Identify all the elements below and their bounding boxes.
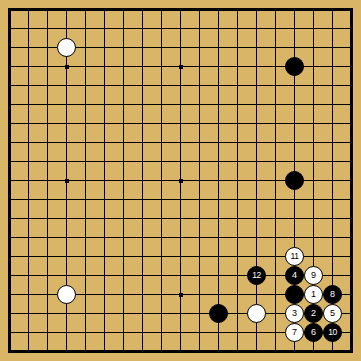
move-7-white-Q2: 7 — [285, 323, 304, 342]
board-border-line — [8, 350, 353, 353]
board-border-line — [350, 8, 353, 353]
move-2-black-R3: 2 — [304, 304, 323, 323]
stone-black-Q10 — [285, 171, 304, 190]
star-point-K16 — [179, 65, 183, 69]
grid-line-horizontal — [8, 218, 353, 219]
stone-white-D4 — [57, 285, 76, 304]
move-12-black-O5: 12 — [247, 266, 266, 285]
move-number: 2 — [311, 309, 316, 318]
move-5-white-S3: 5 — [323, 304, 342, 323]
move-number: 8 — [330, 290, 335, 299]
move-number: 3 — [292, 309, 297, 318]
move-number: 12 — [252, 271, 260, 280]
go-board-diagram: 123456789101112 — [0, 0, 361, 361]
star-point-K4 — [179, 293, 183, 297]
move-4-black-Q5: 4 — [285, 266, 304, 285]
move-number: 9 — [311, 271, 316, 280]
stone-white-D17 — [57, 38, 76, 57]
move-9-white-R5: 9 — [304, 266, 323, 285]
move-number: 6 — [311, 328, 316, 337]
star-point-K10 — [179, 179, 183, 183]
move-8-black-S4: 8 — [323, 285, 342, 304]
stone-black-Q4 — [285, 285, 304, 304]
grid-line-horizontal — [8, 199, 353, 200]
grid-line-vertical — [218, 8, 219, 353]
move-3-white-Q3: 3 — [285, 304, 304, 323]
stone-white-O3 — [247, 304, 266, 323]
grid-line-horizontal — [8, 237, 353, 238]
move-11-white-Q6: 11 — [285, 247, 304, 266]
move-number: 1 — [311, 290, 316, 299]
star-point-D16 — [65, 65, 69, 69]
grid-line-vertical — [199, 8, 200, 353]
grid-line-vertical — [275, 8, 276, 353]
move-1-white-R4: 1 — [304, 285, 323, 304]
move-number: 10 — [328, 328, 336, 337]
move-10-black-S2: 10 — [323, 323, 342, 342]
stone-black-M3 — [209, 304, 228, 323]
grid-line-vertical — [237, 8, 238, 353]
star-point-D10 — [65, 179, 69, 183]
move-number: 11 — [291, 252, 299, 261]
move-number: 4 — [292, 271, 297, 280]
move-number: 7 — [292, 328, 297, 337]
move-number: 5 — [330, 309, 335, 318]
grid-line-vertical — [256, 8, 257, 353]
move-6-black-R2: 6 — [304, 323, 323, 342]
stone-black-Q16 — [285, 57, 304, 76]
